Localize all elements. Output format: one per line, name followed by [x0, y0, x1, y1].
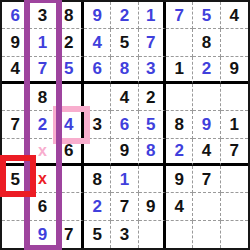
- cell-r6c1[interactable]: [2, 139, 29, 166]
- cell-r3c6[interactable]: 3: [139, 57, 166, 84]
- cell-r1c7[interactable]: 7: [166, 2, 193, 29]
- cell-r6c5[interactable]: 9: [111, 139, 138, 166]
- cell-r1c6[interactable]: 1: [139, 2, 166, 29]
- cell-r3c3[interactable]: 5: [57, 57, 84, 84]
- cell-r2c5[interactable]: 5: [111, 29, 138, 56]
- cell-r6c9[interactable]: 7: [221, 139, 248, 166]
- cell-r2c1[interactable]: 9: [2, 29, 29, 56]
- cell-r1c3[interactable]: 8: [57, 2, 84, 29]
- cell-r9c1[interactable]: [2, 221, 29, 248]
- cell-r7c3[interactable]: [57, 166, 84, 193]
- cell-r8c2[interactable]: 6: [29, 193, 56, 220]
- cell-r3c8[interactable]: 2: [193, 57, 220, 84]
- cell-r4c1[interactable]: [2, 84, 29, 111]
- cell-r6c7[interactable]: 2: [166, 139, 193, 166]
- cell-r5c1[interactable]: 7: [2, 111, 29, 138]
- cell-r8c5[interactable]: 7: [111, 193, 138, 220]
- cell-r5c5[interactable]: 6: [111, 111, 138, 138]
- cell-r9c7[interactable]: [166, 221, 193, 248]
- cell-r6c2-elimination-mark[interactable]: x: [29, 139, 56, 166]
- cell-r3c2[interactable]: 7: [29, 57, 56, 84]
- cell-r8c9[interactable]: [221, 193, 248, 220]
- cell-r5c8[interactable]: 9: [193, 111, 220, 138]
- sudoku-board: 6389217549124578475683129842724365891x69…: [0, 0, 250, 250]
- cell-r1c2[interactable]: 3: [29, 2, 56, 29]
- cell-r2c8[interactable]: 8: [193, 29, 220, 56]
- cell-r5c9[interactable]: 1: [221, 111, 248, 138]
- cell-r7c4[interactable]: 8: [84, 166, 111, 193]
- cell-r3c1[interactable]: 4: [2, 57, 29, 84]
- cell-r6c3[interactable]: 6: [57, 139, 84, 166]
- cell-r8c4[interactable]: 2: [84, 193, 111, 220]
- cell-r3c7[interactable]: 1: [166, 57, 193, 84]
- cell-r2c2[interactable]: 1: [29, 29, 56, 56]
- sudoku-grid: 6389217549124578475683129842724365891x69…: [2, 2, 248, 248]
- cell-r4c8[interactable]: [193, 84, 220, 111]
- cell-r9c9[interactable]: [221, 221, 248, 248]
- cell-r8c1[interactable]: [2, 193, 29, 220]
- cell-r6c4[interactable]: [84, 139, 111, 166]
- cell-r2c9[interactable]: [221, 29, 248, 56]
- cell-r4c6[interactable]: 2: [139, 84, 166, 111]
- cell-r8c3[interactable]: [57, 193, 84, 220]
- cell-r7c7[interactable]: 9: [166, 166, 193, 193]
- cell-r9c8[interactable]: [193, 221, 220, 248]
- cell-r5c7[interactable]: 8: [166, 111, 193, 138]
- cell-r4c7[interactable]: [166, 84, 193, 111]
- cell-r4c3[interactable]: [57, 84, 84, 111]
- cell-r1c8[interactable]: 5: [193, 2, 220, 29]
- cell-r1c1[interactable]: 6: [2, 2, 29, 29]
- cell-r8c8[interactable]: [193, 193, 220, 220]
- cell-r9c6[interactable]: [139, 221, 166, 248]
- cell-r8c6[interactable]: 9: [139, 193, 166, 220]
- cell-r1c5[interactable]: 2: [111, 2, 138, 29]
- cell-r7c8[interactable]: 7: [193, 166, 220, 193]
- cell-r5c6[interactable]: 5: [139, 111, 166, 138]
- cell-r9c5[interactable]: 3: [111, 221, 138, 248]
- cell-r4c5[interactable]: 4: [111, 84, 138, 111]
- cell-r1c9[interactable]: 4: [221, 2, 248, 29]
- cell-r1c4[interactable]: 9: [84, 2, 111, 29]
- cell-r8c7[interactable]: 4: [166, 193, 193, 220]
- cell-r5c4[interactable]: 3: [84, 111, 111, 138]
- cell-r7c2-elimination-mark[interactable]: x: [29, 166, 56, 193]
- cell-r6c8[interactable]: 4: [193, 139, 220, 166]
- cell-r2c3[interactable]: 2: [57, 29, 84, 56]
- cell-r9c4[interactable]: 5: [84, 221, 111, 248]
- cell-r3c9[interactable]: 9: [221, 57, 248, 84]
- cell-r7c1[interactable]: 5: [2, 166, 29, 193]
- cell-r2c4[interactable]: 4: [84, 29, 111, 56]
- cell-r9c3[interactable]: 7: [57, 221, 84, 248]
- cell-r4c2[interactable]: 8: [29, 84, 56, 111]
- cell-r6c6[interactable]: 8: [139, 139, 166, 166]
- cell-r7c6[interactable]: [139, 166, 166, 193]
- cell-r4c9[interactable]: [221, 84, 248, 111]
- cell-r4c4[interactable]: [84, 84, 111, 111]
- cell-r2c7[interactable]: [166, 29, 193, 56]
- cell-r2c6[interactable]: 7: [139, 29, 166, 56]
- cell-r3c5[interactable]: 8: [111, 57, 138, 84]
- cell-r7c5[interactable]: 1: [111, 166, 138, 193]
- cell-r3c4[interactable]: 6: [84, 57, 111, 84]
- cell-r5c2[interactable]: 2: [29, 111, 56, 138]
- cell-r9c2[interactable]: 9: [29, 221, 56, 248]
- cell-r7c9[interactable]: [221, 166, 248, 193]
- cell-r5c3[interactable]: 4: [57, 111, 84, 138]
